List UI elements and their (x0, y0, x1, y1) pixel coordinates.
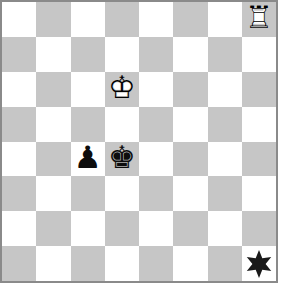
piece-black-pawn[interactable]: ♟ (71, 142, 105, 177)
square-g2[interactable] (208, 211, 242, 246)
square-f8[interactable] (173, 2, 207, 37)
square-a4[interactable] (2, 142, 36, 177)
square-e4[interactable] (139, 142, 173, 177)
square-e1[interactable] (139, 246, 173, 281)
square-e5[interactable] (139, 107, 173, 142)
square-a7[interactable] (2, 37, 36, 72)
square-a5[interactable] (2, 107, 36, 142)
square-d1[interactable] (105, 246, 139, 281)
square-b7[interactable] (36, 37, 70, 72)
chess-board[interactable]: ♜♖♚♔♟♚ (0, 0, 278, 283)
square-h8[interactable]: ♜♖ (242, 2, 276, 37)
square-g6[interactable] (208, 72, 242, 107)
square-h5[interactable] (242, 107, 276, 142)
black-king-glyph: ♚ (108, 142, 136, 173)
square-f1[interactable] (173, 246, 207, 281)
square-b1[interactable] (36, 246, 70, 281)
square-f3[interactable] (173, 176, 207, 211)
square-h6[interactable] (242, 72, 276, 107)
square-a8[interactable] (2, 2, 36, 37)
square-f6[interactable] (173, 72, 207, 107)
square-h4[interactable] (242, 142, 276, 177)
square-h3[interactable] (242, 176, 276, 211)
square-f2[interactable] (173, 211, 207, 246)
square-e6[interactable] (139, 72, 173, 107)
square-g7[interactable] (208, 37, 242, 72)
square-a6[interactable] (2, 72, 36, 107)
square-e7[interactable] (139, 37, 173, 72)
square-e2[interactable] (139, 211, 173, 246)
square-h7[interactable] (242, 37, 276, 72)
square-e3[interactable] (139, 176, 173, 211)
square-b6[interactable] (36, 72, 70, 107)
square-h1[interactable] (242, 246, 276, 281)
square-c5[interactable] (71, 107, 105, 142)
square-g4[interactable] (208, 142, 242, 177)
square-b8[interactable] (36, 2, 70, 37)
square-c2[interactable] (71, 211, 105, 246)
square-b3[interactable] (36, 176, 70, 211)
six-pointed-star-icon (244, 249, 274, 279)
white-rook-outline: ♖ (245, 3, 273, 34)
square-b4[interactable] (36, 142, 70, 177)
white-king-outline: ♔ (108, 72, 136, 103)
piece-black-king[interactable]: ♚ (105, 142, 139, 177)
square-d8[interactable] (105, 2, 139, 37)
square-h2[interactable] (242, 211, 276, 246)
square-f4[interactable] (173, 142, 207, 177)
square-c1[interactable] (71, 246, 105, 281)
piece-white-king[interactable]: ♚♔ (105, 72, 139, 107)
square-d5[interactable] (105, 107, 139, 142)
square-g1[interactable] (208, 246, 242, 281)
square-f7[interactable] (173, 37, 207, 72)
square-c7[interactable] (71, 37, 105, 72)
square-d4[interactable]: ♚ (105, 142, 139, 177)
square-b2[interactable] (36, 211, 70, 246)
black-pawn-glyph: ♟ (74, 142, 102, 173)
square-d6[interactable]: ♚♔ (105, 72, 139, 107)
square-c6[interactable] (71, 72, 105, 107)
square-a1[interactable] (2, 246, 36, 281)
square-g8[interactable] (208, 2, 242, 37)
piece-white-rook[interactable]: ♜♖ (242, 2, 276, 37)
square-d3[interactable] (105, 176, 139, 211)
square-a2[interactable] (2, 211, 36, 246)
square-a3[interactable] (2, 176, 36, 211)
square-d7[interactable] (105, 37, 139, 72)
square-c4[interactable]: ♟ (71, 142, 105, 177)
square-d2[interactable] (105, 211, 139, 246)
chess-diagram-page: ♜♖♚♔♟♚ (0, 0, 281, 285)
square-b5[interactable] (36, 107, 70, 142)
square-g3[interactable] (208, 176, 242, 211)
square-g5[interactable] (208, 107, 242, 142)
square-c3[interactable] (71, 176, 105, 211)
square-f5[interactable] (173, 107, 207, 142)
square-e8[interactable] (139, 2, 173, 37)
square-c8[interactable] (71, 2, 105, 37)
